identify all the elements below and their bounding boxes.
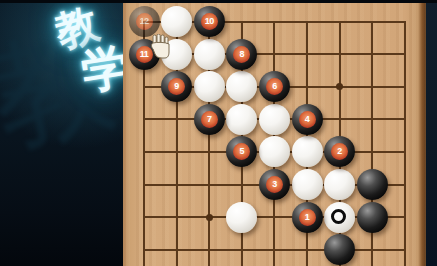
stone-black-move-2: 2 [324,136,355,167]
stone-black [324,234,355,265]
window-top-edge [0,0,437,3]
move-number-badge: 9 [168,78,185,95]
stone-white [161,6,192,37]
stone-white [194,71,225,102]
go-board[interactable]: 123456789101112 [123,0,426,266]
teaching-screen: 教 教 学 123456789101112 [0,0,437,266]
move-number-badge: 10 [201,13,218,30]
grid-line-v [404,21,406,266]
move-number-badge: 2 [331,143,348,160]
circle-marker [331,209,346,224]
move-number-badge: 3 [266,176,283,193]
stone-white [259,104,290,135]
hand-cursor [150,34,172,60]
ghost-stone-move-12[interactable]: 12 [129,6,160,37]
sidebar: 教 教 学 [0,0,123,266]
stone-white [292,169,323,200]
stone-black-move-3: 3 [259,169,290,200]
stone-black-move-4: 4 [292,104,323,135]
move-number-badge: 7 [201,111,218,128]
stone-black-move-1: 1 [292,202,323,233]
background-right-gap [426,0,437,266]
stone-black-move-9: 9 [161,71,192,102]
move-number-badge: 6 [266,78,283,95]
stone-white [194,39,225,70]
stone-black [357,169,388,200]
move-number-badge: 5 [233,143,250,160]
stone-white [324,202,355,233]
stone-white [226,104,257,135]
stone-white [226,71,257,102]
stone-white [324,169,355,200]
move-number-badge: 8 [233,46,250,63]
move-number-badge: 12 [136,13,153,30]
stone-white [259,136,290,167]
move-number-badge: 4 [299,111,316,128]
star-point [206,214,213,221]
stone-black-move-10: 10 [194,6,225,37]
grid-line-h [143,249,406,251]
star-point [336,83,343,90]
stone-white [292,136,323,167]
stone-black-move-6: 6 [259,71,290,102]
stone-black [357,202,388,233]
move-number-badge: 1 [299,209,316,226]
stone-black-move-5: 5 [226,136,257,167]
stone-black-move-7: 7 [194,104,225,135]
stone-black-move-8: 8 [226,39,257,70]
stone-white [226,202,257,233]
